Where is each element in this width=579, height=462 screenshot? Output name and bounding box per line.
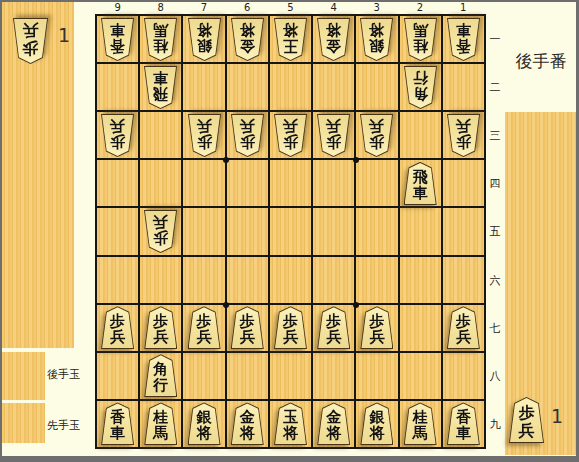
board-square-6八[interactable] [227,353,268,399]
board-square-7四[interactable] [183,160,224,206]
board-square-6三[interactable]: 歩兵 [227,112,268,158]
piece-kanji: 飛車 [404,162,437,205]
piece-kanji: 金将 [231,18,264,61]
piece-kanji: 歩兵 [447,114,480,157]
shogi-piece-sente[interactable]: 歩兵 [231,306,264,349]
rank-label-六: 六 [487,273,503,288]
board-square-9二[interactable] [97,64,138,110]
piece-kanji: 金将 [231,402,264,445]
board-square-8六[interactable] [140,257,181,303]
shogi-piece-gote[interactable]: 金将 [231,18,264,61]
shogi-piece-sente[interactable]: 歩兵 [447,306,480,349]
rank-label-七: 七 [487,321,503,336]
shogi-piece-gote[interactable]: 歩兵 [447,114,480,157]
piece-kanji: 飛車 [144,66,177,109]
board-square-3一[interactable]: 銀将 [356,16,397,62]
file-label-9: 9 [114,2,120,13]
piece-kanji: 歩兵 [101,306,134,349]
board-square-8七[interactable]: 歩兵 [140,305,181,351]
board-square-5三[interactable]: 歩兵 [270,112,311,158]
board-square-1八[interactable] [443,353,484,399]
shogi-piece-sente[interactable]: 金将 [317,402,350,445]
piece-kanji: 銀将 [188,18,221,61]
board-square-2六[interactable] [400,257,441,303]
shogi-piece-sente[interactable]: 角行 [144,354,177,397]
board-square-9八[interactable] [97,353,138,399]
piece-kanji: 歩兵 [317,114,350,157]
piece-kanji: 王将 [274,18,307,61]
shogi-piece-sente[interactable]: 歩兵 [144,306,177,349]
board-square-6五[interactable] [227,208,268,254]
shogi-piece-sente[interactable]: 桂馬 [404,402,437,445]
gote-king-tray [2,352,45,400]
board-square-2三[interactable] [400,112,441,158]
shogi-piece-sente[interactable]: 歩兵 [101,306,134,349]
shogi-piece-sente[interactable]: 銀将 [360,402,393,445]
board-square-2五[interactable] [400,208,441,254]
board-square-6七[interactable]: 歩兵 [227,305,268,351]
board-square-7一[interactable]: 銀将 [183,16,224,62]
board-square-3九[interactable]: 銀将 [356,401,397,447]
piece-kanji: 角行 [404,66,437,109]
shogi-piece-sente[interactable]: 歩兵 [317,306,350,349]
piece-kanji: 香車 [447,18,480,61]
board-square-3五[interactable] [356,208,397,254]
board-square-5五[interactable] [270,208,311,254]
board-square-3三[interactable]: 歩兵 [356,112,397,158]
board-square-2七[interactable] [400,305,441,351]
board-square-3二[interactable] [356,64,397,110]
shogi-piece-gote[interactable]: 香車 [101,18,134,61]
shogi-piece-gote[interactable]: 桂馬 [404,18,437,61]
shogi-piece-gote[interactable]: 歩兵 [188,114,221,157]
file-label-5: 5 [287,2,293,13]
board-square-7八[interactable] [183,353,224,399]
board-square-7三[interactable]: 歩兵 [183,112,224,158]
board-square-6二[interactable] [227,64,268,110]
board-square-7六[interactable] [183,257,224,303]
piece-kanji: 玉将 [274,402,307,445]
piece-kanji: 角行 [144,354,177,397]
file-label-1: 1 [460,2,466,13]
piece-kanji: 歩兵 [274,306,307,349]
rank-label-五: 五 [487,224,503,239]
board-square-5二[interactable] [270,64,311,110]
piece-kanji: 香車 [101,18,134,61]
shogi-piece-gote[interactable]: 飛車 [144,66,177,109]
board-square-4二[interactable] [313,64,354,110]
board-square-5七[interactable]: 歩兵 [270,305,311,351]
shogi-piece-gote[interactable]: 歩兵 [101,114,134,157]
board-square-1二[interactable] [443,64,484,110]
shogi-piece-gote[interactable]: 金将 [317,18,350,61]
shogi-piece-sente[interactable]: 香車 [447,402,480,445]
board-square-8九[interactable]: 桂馬 [140,401,181,447]
board-square-2二[interactable]: 角行 [400,64,441,110]
shogi-piece-sente[interactable]: 香車 [101,402,134,445]
shogi-piece-gote[interactable]: 歩兵 [231,114,264,157]
shogi-piece-sente[interactable]: 銀将 [188,402,221,445]
gote-king-label: 後手玉 [47,367,85,382]
board-square-6一[interactable]: 金将 [227,16,268,62]
board-square-2一[interactable]: 桂馬 [400,16,441,62]
shogi-piece-gote[interactable]: 角行 [404,66,437,109]
board-square-1四[interactable] [443,160,484,206]
piece-kanji: 歩兵 [231,114,264,157]
board-square-7七[interactable]: 歩兵 [183,305,224,351]
board-square-5八[interactable] [270,353,311,399]
board-square-9七[interactable]: 歩兵 [97,305,138,351]
piece-kanji: 歩兵 [101,114,134,157]
shogi-piece-gote[interactable]: 銀将 [360,18,393,61]
shogi-piece-gote[interactable]: 歩兵 [144,210,177,253]
board-square-3七[interactable]: 歩兵 [356,305,397,351]
board-square-4三[interactable]: 歩兵 [313,112,354,158]
shogi-board: 香車桂馬銀将金将王将金将銀将桂馬香車飛車角行歩兵歩兵歩兵歩兵歩兵歩兵歩兵飛車歩兵… [95,14,486,449]
board-square-4六[interactable] [313,257,354,303]
board-square-9四[interactable] [97,160,138,206]
shogi-piece-sente[interactable]: 金将 [231,402,264,445]
shogi-piece-gote[interactable]: 歩兵 [13,18,48,64]
file-label-6: 6 [244,2,250,13]
piece-kanji: 銀将 [360,402,393,445]
board-square-4一[interactable]: 金将 [313,16,354,62]
rank-label-三: 三 [487,128,503,143]
board-square-3四[interactable] [356,160,397,206]
piece-kanji: 歩兵 [144,210,177,253]
board-square-1九[interactable]: 香車 [443,401,484,447]
board-square-6六[interactable] [227,257,268,303]
shogi-piece-sente[interactable]: 歩兵 [274,306,307,349]
piece-kanji: 歩兵 [188,306,221,349]
star-point [353,157,359,163]
board-square-9五[interactable] [97,208,138,254]
piece-kanji: 銀将 [188,402,221,445]
board-square-8五[interactable]: 歩兵 [140,208,181,254]
shogi-piece-gote[interactable]: 歩兵 [360,114,393,157]
rank-label-八: 八 [487,369,503,384]
piece-kanji: 歩兵 [447,306,480,349]
piece-kanji: 歩兵 [13,18,48,64]
piece-kanji: 銀将 [360,18,393,61]
board-square-1一[interactable]: 香車 [443,16,484,62]
board-square-1五[interactable] [443,208,484,254]
rank-label-九: 九 [487,417,503,432]
piece-kanji: 香車 [447,402,480,445]
piece-kanji: 歩兵 [231,306,264,349]
board-square-1三[interactable]: 歩兵 [443,112,484,158]
shogi-piece-sente[interactable]: 歩兵 [509,397,544,443]
sente-hand-count: 1 [551,405,563,427]
star-point [223,302,229,308]
board-square-1六[interactable] [443,257,484,303]
piece-kanji: 香車 [101,402,134,445]
board-square-8二[interactable]: 飛車 [140,64,181,110]
file-label-3: 3 [374,2,380,13]
board-square-8八[interactable]: 角行 [140,353,181,399]
sente-king-label: 先手玉 [47,418,85,433]
board-square-2四[interactable]: 飛車 [400,160,441,206]
shogi-piece-gote[interactable]: 香車 [447,18,480,61]
turn-indicator: 後手番 [505,50,577,73]
shogi-piece-gote[interactable]: 歩兵 [317,114,350,157]
shogi-piece-sente[interactable]: 飛車 [404,162,437,205]
piece-kanji: 桂馬 [404,402,437,445]
piece-kanji: 金将 [317,402,350,445]
shogi-piece-sente[interactable]: 桂馬 [144,402,177,445]
board-square-6九[interactable]: 金将 [227,401,268,447]
piece-kanji: 桂馬 [144,18,177,61]
board-square-9三[interactable]: 歩兵 [97,112,138,158]
piece-kanji: 桂馬 [404,18,437,61]
board-square-6四[interactable] [227,160,268,206]
star-point [353,302,359,308]
shogi-piece-sente[interactable]: 歩兵 [188,306,221,349]
board-square-9六[interactable] [97,257,138,303]
piece-kanji: 桂馬 [144,402,177,445]
shogi-piece-gote[interactable]: 王将 [274,18,307,61]
board-square-2九[interactable]: 桂馬 [400,401,441,447]
board-square-4九[interactable]: 金将 [313,401,354,447]
file-label-4: 4 [330,2,336,13]
file-label-8: 8 [158,2,164,13]
board-square-4八[interactable] [313,353,354,399]
piece-kanji: 歩兵 [274,114,307,157]
rank-label-二: 二 [487,80,503,95]
board-square-5九[interactable]: 玉将 [270,401,311,447]
star-point [223,157,229,163]
board-square-5六[interactable] [270,257,311,303]
board-square-1七[interactable]: 歩兵 [443,305,484,351]
shogi-app-window: 歩兵 1 後手玉 先手玉 987654321 一二三四五六七八九 香車桂馬銀将金… [0,0,579,462]
board-square-8三[interactable] [140,112,181,158]
shogi-piece-gote[interactable]: 銀将 [188,18,221,61]
board-square-3八[interactable] [356,353,397,399]
gote-hand-area[interactable]: 歩兵 [2,2,74,348]
board-square-5四[interactable] [270,160,311,206]
rank-label-四: 四 [487,176,503,191]
board-square-9九[interactable]: 香車 [97,401,138,447]
board-square-4四[interactable] [313,160,354,206]
shogi-piece-gote[interactable]: 桂馬 [144,18,177,61]
file-label-7: 7 [201,2,207,13]
gote-hand-count: 1 [58,24,70,46]
rank-label-一: 一 [487,32,503,47]
piece-kanji: 金将 [317,18,350,61]
board-square-7二[interactable] [183,64,224,110]
piece-kanji: 歩兵 [144,306,177,349]
board-square-4五[interactable] [313,208,354,254]
board-square-8四[interactable] [140,160,181,206]
board-square-4七[interactable]: 歩兵 [313,305,354,351]
shogi-piece-sente[interactable]: 歩兵 [360,306,393,349]
board-square-7五[interactable] [183,208,224,254]
shogi-piece-sente[interactable]: 玉将 [274,402,307,445]
file-label-2: 2 [417,2,423,13]
sente-king-tray [2,403,45,443]
sente-hand-area[interactable]: 歩兵 [505,112,576,455]
board-square-8一[interactable]: 桂馬 [140,16,181,62]
piece-kanji: 歩兵 [360,306,393,349]
board-square-5一[interactable]: 王将 [270,16,311,62]
piece-kanji: 歩兵 [509,397,544,443]
piece-kanji: 歩兵 [188,114,221,157]
piece-kanji: 歩兵 [360,114,393,157]
piece-kanji: 歩兵 [317,306,350,349]
board-square-3六[interactable] [356,257,397,303]
shogi-piece-gote[interactable]: 歩兵 [274,114,307,157]
board-square-2八[interactable] [400,353,441,399]
board-square-9一[interactable]: 香車 [97,16,138,62]
board-square-7九[interactable]: 銀将 [183,401,224,447]
